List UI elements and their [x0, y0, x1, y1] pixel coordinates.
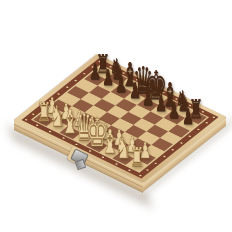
piece-black-pawn-h7: ♟: [181, 106, 193, 128]
piece-black-pawn-b7: ♟: [102, 67, 114, 89]
piece-black-pawn-d7: ♟: [129, 80, 141, 102]
piece-black-pawn-a7: ♟: [89, 61, 101, 83]
pieces-layer: ♜♞♝♛♚♝♞♜♟♟♟♟♟♟♟♟♟♟♟♟♟♟♟♟♜♞♝♛♚♝♞♜: [0, 0, 232, 232]
product-photo: ♜♞♝♛♚♝♞♜♟♟♟♟♟♟♟♟♟♟♟♟♟♟♟♟♜♞♝♛♚♝♞♜: [0, 0, 232, 232]
piece-black-pawn-e7: ♟: [142, 87, 154, 109]
piece-black-pawn-c7: ♟: [115, 74, 127, 96]
piece-white-rook-h1: ♜: [129, 143, 143, 169]
piece-black-pawn-f7: ♟: [155, 93, 167, 115]
piece-black-pawn-g7: ♟: [168, 100, 180, 122]
